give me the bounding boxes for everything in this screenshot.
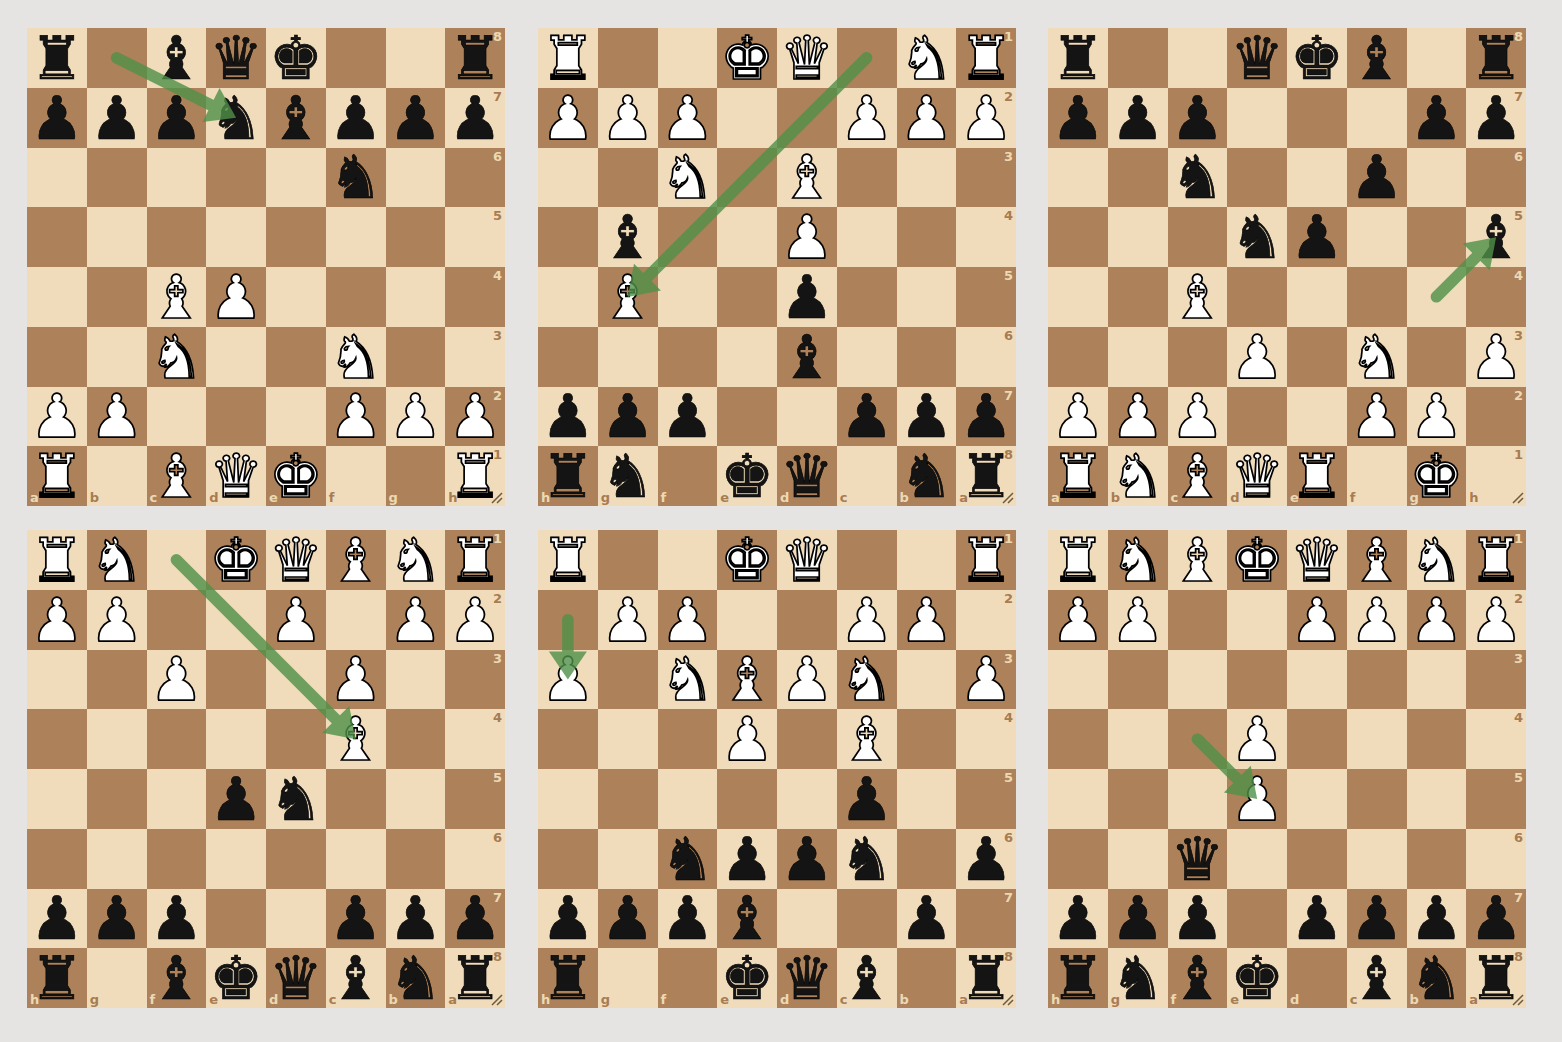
square-g7[interactable]: ♟	[386, 88, 446, 148]
square-a6[interactable]: ♟6	[956, 829, 1016, 889]
square-d7[interactable]: ♟	[1287, 889, 1347, 949]
square-d2[interactable]	[777, 590, 837, 650]
square-b8[interactable]: ♞b	[386, 948, 446, 1008]
resize-handle-icon[interactable]	[1511, 491, 1525, 505]
resize-handle-icon[interactable]	[490, 993, 504, 1007]
black-knight[interactable]: ♞	[266, 769, 326, 829]
white-queen[interactable]: ♛	[777, 28, 837, 88]
square-a4[interactable]: 4	[956, 207, 1016, 267]
square-e8[interactable]: ♚e	[717, 948, 777, 1008]
square-g4[interactable]	[386, 267, 446, 327]
square-f1[interactable]	[658, 530, 718, 590]
square-d1[interactable]: ♛	[777, 28, 837, 88]
black-pawn[interactable]: ♟	[538, 889, 598, 949]
square-b1[interactable]: ♞	[1407, 530, 1467, 590]
square-g1[interactable]: ♞	[1108, 530, 1168, 590]
black-pawn[interactable]: ♟	[1287, 889, 1347, 949]
square-e1[interactable]: ♚e	[266, 446, 326, 506]
square-c3[interactable]: ♞	[837, 650, 897, 710]
square-e4[interactable]	[1287, 267, 1347, 327]
square-h1[interactable]: ♜	[27, 530, 87, 590]
square-d3[interactable]	[206, 327, 266, 387]
square-d4[interactable]	[1287, 709, 1347, 769]
square-d3[interactable]	[1287, 650, 1347, 710]
square-g7[interactable]: ♟	[1407, 88, 1467, 148]
black-pawn[interactable]: ♟	[27, 88, 87, 148]
square-b7[interactable]: ♟	[897, 889, 957, 949]
square-f8[interactable]: ♝	[1347, 28, 1407, 88]
white-pawn[interactable]: ♟	[1407, 387, 1467, 447]
white-pawn[interactable]: ♟	[87, 590, 147, 650]
black-pawn[interactable]: ♟	[147, 889, 207, 949]
black-pawn[interactable]: ♟	[777, 267, 837, 327]
square-f6[interactable]: ♛	[1168, 829, 1228, 889]
square-e6[interactable]: ♟	[717, 829, 777, 889]
square-d5[interactable]	[206, 207, 266, 267]
square-h3[interactable]	[1048, 650, 1108, 710]
square-b6[interactable]	[897, 327, 957, 387]
square-a4[interactable]: 4	[445, 709, 505, 769]
square-h5[interactable]	[538, 769, 598, 829]
square-h7[interactable]: ♟7	[1466, 88, 1526, 148]
square-h2[interactable]: ♟	[27, 590, 87, 650]
square-b7[interactable]: ♟	[897, 387, 957, 447]
square-a5[interactable]: 5	[956, 267, 1016, 327]
black-knight[interactable]: ♞	[1168, 148, 1228, 208]
square-e1[interactable]: ♚	[717, 530, 777, 590]
square-a7[interactable]: ♟	[1048, 88, 1108, 148]
square-c5[interactable]: ♟	[837, 769, 897, 829]
square-c5[interactable]	[147, 207, 207, 267]
square-e4[interactable]	[266, 267, 326, 327]
resize-handle-icon[interactable]	[490, 491, 504, 505]
square-b4[interactable]	[897, 207, 957, 267]
square-c3[interactable]: ♞	[147, 327, 207, 387]
square-a4[interactable]	[1048, 267, 1108, 327]
square-g1[interactable]: g	[386, 446, 446, 506]
square-c8[interactable]: c	[837, 446, 897, 506]
square-a8[interactable]: ♜	[1048, 28, 1108, 88]
square-f2[interactable]: ♟	[658, 88, 718, 148]
square-b8[interactable]: b	[897, 948, 957, 1008]
square-d1[interactable]: ♛d	[1227, 446, 1287, 506]
square-h2[interactable]	[538, 590, 598, 650]
white-knight[interactable]: ♞	[837, 650, 897, 710]
white-knight[interactable]: ♞	[1108, 530, 1168, 590]
square-c7[interactable]: ♟	[837, 387, 897, 447]
square-f3[interactable]: ♟	[147, 650, 207, 710]
square-b3[interactable]	[897, 148, 957, 208]
square-e5[interactable]	[717, 769, 777, 829]
square-a1[interactable]: ♜a	[1048, 446, 1108, 506]
square-e6[interactable]	[1227, 829, 1287, 889]
square-d6[interactable]: ♝	[777, 327, 837, 387]
black-knight[interactable]: ♞	[326, 148, 386, 208]
square-b4[interactable]	[1407, 709, 1467, 769]
square-b2[interactable]: ♟	[897, 590, 957, 650]
square-b4[interactable]	[1108, 267, 1168, 327]
white-knight[interactable]: ♞	[87, 530, 147, 590]
square-a7[interactable]: ♟7	[1466, 889, 1526, 949]
square-b1[interactable]: ♞	[386, 530, 446, 590]
square-a5[interactable]: 5	[1466, 769, 1526, 829]
square-e2[interactable]	[206, 590, 266, 650]
square-f5[interactable]	[658, 267, 718, 327]
square-c2[interactable]: ♟	[1168, 387, 1228, 447]
square-d7[interactable]	[266, 889, 326, 949]
resize-handle-icon[interactable]	[1511, 993, 1525, 1007]
white-bishop[interactable]: ♝	[147, 267, 207, 327]
square-c1[interactable]: ♝	[1347, 530, 1407, 590]
black-pawn[interactable]: ♟	[1108, 88, 1168, 148]
square-g7[interactable]: ♟	[598, 387, 658, 447]
square-d2[interactable]	[1227, 387, 1287, 447]
white-pawn[interactable]: ♟	[658, 88, 718, 148]
black-king[interactable]: ♚	[1287, 28, 1347, 88]
square-a2[interactable]: 2	[956, 590, 1016, 650]
square-e2[interactable]	[1287, 387, 1347, 447]
square-c6[interactable]	[837, 327, 897, 387]
square-c4[interactable]: ♝	[837, 709, 897, 769]
white-pawn[interactable]: ♟	[1347, 387, 1407, 447]
square-h2[interactable]: ♟	[538, 88, 598, 148]
square-g5[interactable]: ♝	[598, 267, 658, 327]
black-pawn[interactable]: ♟	[837, 769, 897, 829]
square-c1[interactable]: ♝c	[1168, 446, 1228, 506]
square-c4[interactable]: ♝	[326, 709, 386, 769]
white-knight[interactable]: ♞	[326, 327, 386, 387]
black-bishop[interactable]: ♝	[1347, 28, 1407, 88]
square-b2[interactable]: ♟	[386, 590, 446, 650]
square-a5[interactable]	[27, 207, 87, 267]
square-e4[interactable]	[717, 207, 777, 267]
square-c8[interactable]: ♝c	[326, 948, 386, 1008]
square-b5[interactable]	[386, 769, 446, 829]
square-h7[interactable]: ♟	[27, 889, 87, 949]
black-bishop[interactable]: ♝	[147, 948, 207, 1008]
square-e5[interactable]	[266, 207, 326, 267]
square-g1[interactable]	[598, 530, 658, 590]
square-g8[interactable]: g	[87, 948, 147, 1008]
square-h8[interactable]: ♜8	[1466, 28, 1526, 88]
square-f2[interactable]: ♟	[326, 387, 386, 447]
square-d8[interactable]: d	[1287, 948, 1347, 1008]
square-e6[interactable]	[266, 148, 326, 208]
square-e1[interactable]: ♚	[206, 530, 266, 590]
square-a2[interactable]: ♟2	[445, 590, 505, 650]
square-f8[interactable]: f	[658, 446, 718, 506]
white-queen[interactable]: ♛	[266, 530, 326, 590]
white-king[interactable]: ♚	[717, 28, 777, 88]
square-a3[interactable]: ♟3	[956, 650, 1016, 710]
square-b5[interactable]	[87, 207, 147, 267]
square-d5[interactable]: ♞	[266, 769, 326, 829]
square-f7[interactable]: ♟	[658, 889, 718, 949]
square-f6[interactable]: ♞	[658, 829, 718, 889]
square-g3[interactable]	[598, 148, 658, 208]
square-h3[interactable]: ♟	[538, 650, 598, 710]
square-h2[interactable]: ♟2	[445, 387, 505, 447]
square-e8[interactable]: ♚e	[1227, 948, 1287, 1008]
black-pawn[interactable]: ♟	[386, 88, 446, 148]
square-c8[interactable]	[1168, 28, 1228, 88]
white-bishop[interactable]: ♝	[1168, 530, 1228, 590]
square-g3[interactable]	[87, 650, 147, 710]
white-pawn[interactable]: ♟	[326, 387, 386, 447]
square-b2[interactable]: ♟	[897, 88, 957, 148]
square-h7[interactable]: ♟	[1048, 889, 1108, 949]
square-d5[interactable]	[777, 769, 837, 829]
white-knight[interactable]: ♞	[147, 327, 207, 387]
square-h3[interactable]: 3	[445, 327, 505, 387]
resize-handle-icon[interactable]	[1001, 993, 1015, 1007]
square-e7[interactable]	[1287, 88, 1347, 148]
square-f7[interactable]: ♟	[658, 387, 718, 447]
square-f6[interactable]: ♞	[326, 148, 386, 208]
square-h4[interactable]: 4	[445, 267, 505, 327]
square-h7[interactable]: ♟	[538, 889, 598, 949]
black-knight[interactable]: ♞	[837, 829, 897, 889]
white-pawn[interactable]: ♟	[538, 88, 598, 148]
square-b8[interactable]	[87, 28, 147, 88]
square-e2[interactable]	[1227, 590, 1287, 650]
black-pawn[interactable]: ♟	[1168, 88, 1228, 148]
square-c6[interactable]	[1347, 829, 1407, 889]
square-g1[interactable]: ♞	[87, 530, 147, 590]
square-h7[interactable]: ♟7	[445, 88, 505, 148]
square-d6[interactable]	[206, 148, 266, 208]
square-b5[interactable]	[897, 267, 957, 327]
square-c4[interactable]: ♝	[1168, 267, 1228, 327]
square-d2[interactable]	[206, 387, 266, 447]
square-a1[interactable]: ♜1	[1466, 530, 1526, 590]
square-e5[interactable]: ♟	[1227, 769, 1287, 829]
square-g1[interactable]: ♚g	[1407, 446, 1467, 506]
square-a5[interactable]: 5	[956, 769, 1016, 829]
square-a3[interactable]: 3	[956, 148, 1016, 208]
square-h6[interactable]	[538, 327, 598, 387]
square-f4[interactable]	[147, 709, 207, 769]
square-g7[interactable]: ♟	[87, 889, 147, 949]
chess-board-2[interactable]: ♜♚♛♞♜1♟♟♟♟♟♟2♞♝3♝♟4♝♟5♝6♟♟♟♟♟♟7♜h♞gf♚e♛d…	[538, 28, 1016, 506]
square-f5[interactable]	[1168, 769, 1228, 829]
square-g2[interactable]: ♟	[87, 590, 147, 650]
black-pawn[interactable]: ♟	[717, 829, 777, 889]
square-b6[interactable]	[386, 829, 446, 889]
white-pawn[interactable]: ♟	[777, 650, 837, 710]
square-a6[interactable]: 6	[1466, 829, 1526, 889]
square-h2[interactable]: 2	[1466, 387, 1526, 447]
square-a5[interactable]	[1048, 207, 1108, 267]
square-d3[interactable]: ♟	[777, 650, 837, 710]
square-g5[interactable]	[1407, 207, 1467, 267]
square-b7[interactable]: ♟	[1108, 88, 1168, 148]
square-c2[interactable]: ♟	[837, 590, 897, 650]
white-pawn[interactable]: ♟	[538, 650, 598, 710]
square-g4[interactable]	[1108, 709, 1168, 769]
black-pawn[interactable]: ♟	[1407, 889, 1467, 949]
square-e4[interactable]	[206, 709, 266, 769]
square-d7[interactable]	[777, 387, 837, 447]
square-d8[interactable]: ♛d	[777, 948, 837, 1008]
square-d1[interactable]: ♛	[777, 530, 837, 590]
square-d3[interactable]	[266, 650, 326, 710]
square-h2[interactable]: ♟	[1048, 590, 1108, 650]
square-e8[interactable]: ♚	[1287, 28, 1347, 88]
square-d8[interactable]: ♛d	[777, 446, 837, 506]
white-queen[interactable]: ♛	[1287, 530, 1347, 590]
square-c8[interactable]: ♝c	[837, 948, 897, 1008]
square-e6[interactable]	[1287, 148, 1347, 208]
square-d4[interactable]: ♟	[206, 267, 266, 327]
square-c3[interactable]	[837, 148, 897, 208]
square-c3[interactable]: ♟	[326, 650, 386, 710]
square-f5[interactable]	[147, 769, 207, 829]
square-d7[interactable]	[777, 889, 837, 949]
square-e6[interactable]	[717, 327, 777, 387]
square-h8[interactable]: ♜h	[538, 446, 598, 506]
square-b2[interactable]: ♟	[1108, 387, 1168, 447]
black-pawn[interactable]: ♟	[206, 769, 266, 829]
square-a1[interactable]: ♜1	[445, 530, 505, 590]
chess-board-1[interactable]: ♜♝♛♚♜8♟♟♟♞♝♟♟♟7♞65♝♟4♞♞3♟♟♟♟♟2♜ab♝c♛d♚ef…	[27, 28, 505, 506]
square-e7[interactable]	[206, 889, 266, 949]
black-queen[interactable]: ♛	[206, 28, 266, 88]
square-c7[interactable]: ♟	[1168, 88, 1228, 148]
square-d5[interactable]: ♞	[1227, 207, 1287, 267]
square-h5[interactable]	[1048, 769, 1108, 829]
square-h8[interactable]: ♜h	[1048, 948, 1108, 1008]
white-bishop[interactable]: ♝	[326, 530, 386, 590]
square-g4[interactable]	[1407, 267, 1467, 327]
white-bishop[interactable]: ♝	[1347, 530, 1407, 590]
square-d3[interactable]: ♝	[777, 148, 837, 208]
square-e3[interactable]	[717, 148, 777, 208]
square-a6[interactable]: 6	[956, 327, 1016, 387]
square-b3[interactable]	[1108, 327, 1168, 387]
square-b3[interactable]	[386, 650, 446, 710]
square-b4[interactable]	[386, 709, 446, 769]
square-h5[interactable]	[538, 267, 598, 327]
square-d6[interactable]	[1287, 829, 1347, 889]
square-c2[interactable]	[326, 590, 386, 650]
square-f8[interactable]: ♝f	[147, 948, 207, 1008]
square-b2[interactable]: ♟	[87, 387, 147, 447]
white-knight[interactable]: ♞	[658, 148, 718, 208]
black-pawn[interactable]: ♟	[27, 889, 87, 949]
square-h8[interactable]: ♜h	[27, 948, 87, 1008]
white-pawn[interactable]: ♟	[326, 650, 386, 710]
white-pawn[interactable]: ♟	[1108, 387, 1168, 447]
black-queen[interactable]: ♛	[1168, 829, 1228, 889]
square-b6[interactable]	[1407, 829, 1467, 889]
square-a2[interactable]: ♟2	[956, 88, 1016, 148]
chess-board-3[interactable]: ♜♛♚♝♜8♟♟♟♟♟7♞♟6♞♟♝5♝4♟♞♟3♟♟♟♟♟2♜a♞b♝c♛d♜…	[1048, 28, 1526, 506]
square-f2[interactable]: ♟	[658, 590, 718, 650]
white-knight[interactable]: ♞	[1407, 530, 1467, 590]
black-queen[interactable]: ♛	[1227, 28, 1287, 88]
white-pawn[interactable]: ♟	[1227, 769, 1287, 829]
white-pawn[interactable]: ♟	[897, 88, 957, 148]
square-g8[interactable]: g	[598, 948, 658, 1008]
square-g8[interactable]: ♞g	[598, 446, 658, 506]
square-h3[interactable]: ♟3	[1466, 327, 1526, 387]
square-e4[interactable]: ♟	[717, 709, 777, 769]
square-g3[interactable]	[1407, 327, 1467, 387]
square-e3[interactable]	[206, 650, 266, 710]
square-a3[interactable]	[1048, 327, 1108, 387]
square-f1[interactable]	[658, 28, 718, 88]
square-g5[interactable]	[598, 769, 658, 829]
square-b8[interactable]: ♞b	[1407, 948, 1467, 1008]
square-b7[interactable]: ♟	[87, 88, 147, 148]
square-a7[interactable]: ♟7	[956, 387, 1016, 447]
square-e8[interactable]: ♚e	[206, 948, 266, 1008]
square-g3[interactable]	[598, 650, 658, 710]
white-pawn[interactable]: ♟	[147, 650, 207, 710]
white-pawn[interactable]: ♟	[1108, 590, 1168, 650]
square-g2[interactable]: ♟	[386, 387, 446, 447]
black-pawn[interactable]: ♟	[598, 387, 658, 447]
square-h8[interactable]: ♜8	[445, 28, 505, 88]
square-b7[interactable]: ♟	[386, 889, 446, 949]
white-pawn[interactable]: ♟	[598, 88, 658, 148]
square-b1[interactable]: ♞	[897, 28, 957, 88]
square-c2[interactable]	[147, 387, 207, 447]
square-h6[interactable]	[538, 829, 598, 889]
square-h4[interactable]	[538, 207, 598, 267]
square-b3[interactable]	[1407, 650, 1467, 710]
square-h1[interactable]: ♜	[538, 530, 598, 590]
white-pawn[interactable]: ♟	[837, 590, 897, 650]
square-f6[interactable]: ♟	[1347, 148, 1407, 208]
black-bishop[interactable]: ♝	[147, 28, 207, 88]
square-b5[interactable]	[897, 769, 957, 829]
white-bishop[interactable]: ♝	[717, 650, 777, 710]
square-e7[interactable]	[717, 387, 777, 447]
black-pawn[interactable]: ♟	[326, 88, 386, 148]
square-b3[interactable]	[87, 327, 147, 387]
black-bishop[interactable]: ♝	[598, 207, 658, 267]
black-pawn[interactable]: ♟	[1048, 88, 1108, 148]
square-h5[interactable]: 5	[445, 207, 505, 267]
white-pawn[interactable]: ♟	[27, 387, 87, 447]
black-pawn[interactable]: ♟	[87, 889, 147, 949]
square-f4[interactable]	[1347, 267, 1407, 327]
square-d6[interactable]: ♟	[777, 829, 837, 889]
square-f4[interactable]	[1168, 709, 1228, 769]
square-a3[interactable]: 3	[445, 650, 505, 710]
square-c7[interactable]: ♟	[326, 889, 386, 949]
square-f7[interactable]: ♟	[147, 889, 207, 949]
square-h5[interactable]	[27, 769, 87, 829]
black-rook[interactable]: ♜	[1048, 28, 1108, 88]
square-f3[interactable]: ♞	[1347, 327, 1407, 387]
square-e1[interactable]: ♚	[1227, 530, 1287, 590]
black-king[interactable]: ♚	[266, 28, 326, 88]
square-e6[interactable]	[206, 829, 266, 889]
black-knight[interactable]: ♞	[658, 829, 718, 889]
square-g5[interactable]	[87, 769, 147, 829]
square-h5[interactable]: ♝5	[1466, 207, 1526, 267]
black-pawn[interactable]: ♟	[897, 387, 957, 447]
square-b8[interactable]: ♞b	[897, 446, 957, 506]
square-d8[interactable]: ♛d	[266, 948, 326, 1008]
square-b6[interactable]	[897, 829, 957, 889]
square-g7[interactable]: ♟	[598, 889, 658, 949]
square-g6[interactable]	[1407, 148, 1467, 208]
square-a2[interactable]: ♟	[1048, 387, 1108, 447]
